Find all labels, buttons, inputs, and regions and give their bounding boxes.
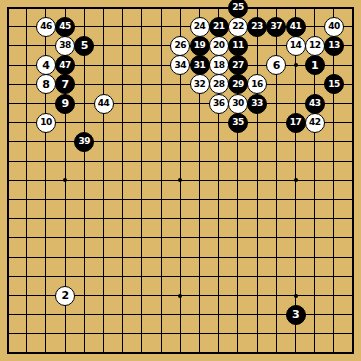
stone-black-11[interactable]: 11 — [228, 36, 248, 56]
stone-black-37[interactable]: 37 — [266, 17, 286, 37]
stone-black-5[interactable]: 5 — [74, 36, 94, 56]
stone-black-33[interactable]: 33 — [247, 94, 267, 114]
stone-black-39[interactable]: 39 — [74, 132, 94, 152]
stone-black-19[interactable]: 19 — [190, 36, 210, 56]
stone-white-20[interactable]: 20 — [209, 36, 229, 56]
star-point — [294, 178, 298, 182]
star-point — [178, 294, 182, 298]
stone-black-35[interactable]: 35 — [228, 113, 248, 133]
stone-white-38[interactable]: 38 — [55, 36, 75, 56]
stone-white-22[interactable]: 22 — [228, 17, 248, 37]
stone-black-3[interactable]: 3 — [286, 305, 306, 325]
stone-black-41[interactable]: 41 — [286, 17, 306, 37]
star-point — [63, 178, 67, 182]
stone-black-25[interactable]: 25 — [228, 0, 248, 18]
stone-white-14[interactable]: 14 — [286, 36, 306, 56]
stone-white-6[interactable]: 6 — [266, 55, 286, 75]
stone-black-17[interactable]: 17 — [286, 113, 306, 133]
grid-line-horizontal — [7, 199, 355, 200]
stone-black-43[interactable]: 43 — [305, 94, 325, 114]
stone-black-27[interactable]: 27 — [228, 55, 248, 75]
stone-white-34[interactable]: 34 — [170, 55, 190, 75]
star-point — [294, 294, 298, 298]
stone-black-13[interactable]: 13 — [324, 36, 344, 56]
stone-white-8[interactable]: 8 — [36, 74, 56, 94]
stone-white-36[interactable]: 36 — [209, 94, 229, 114]
stone-white-10[interactable]: 10 — [36, 113, 56, 133]
stone-white-2[interactable]: 2 — [55, 286, 75, 306]
grid-line-horizontal — [7, 237, 355, 238]
grid-line-vertical — [257, 7, 258, 355]
grid-line-vertical — [333, 7, 334, 355]
stone-white-16[interactable]: 16 — [247, 74, 267, 94]
stone-white-12[interactable]: 12 — [305, 36, 325, 56]
stone-white-46[interactable]: 46 — [36, 17, 56, 37]
stone-white-24[interactable]: 24 — [190, 17, 210, 37]
go-board[interactable]: 1234567891011121314151617181920212223242… — [0, 0, 361, 361]
stone-white-30[interactable]: 30 — [228, 94, 248, 114]
stone-black-15[interactable]: 15 — [324, 74, 344, 94]
stone-white-18[interactable]: 18 — [209, 55, 229, 75]
grid-line-horizontal — [7, 218, 355, 219]
stone-black-9[interactable]: 9 — [55, 94, 75, 114]
grid-line-horizontal — [7, 352, 355, 354]
star-point — [294, 63, 298, 67]
stone-white-32[interactable]: 32 — [190, 74, 210, 94]
grid-line-vertical — [352, 7, 354, 355]
grid-line-horizontal — [7, 333, 355, 334]
stone-black-31[interactable]: 31 — [190, 55, 210, 75]
grid-line-horizontal — [7, 276, 355, 277]
stone-white-40[interactable]: 40 — [324, 17, 344, 37]
stone-black-29[interactable]: 29 — [228, 74, 248, 94]
stone-black-21[interactable]: 21 — [209, 17, 229, 37]
stone-white-4[interactable]: 4 — [36, 55, 56, 75]
stone-black-45[interactable]: 45 — [55, 17, 75, 37]
stone-white-42[interactable]: 42 — [305, 113, 325, 133]
stone-black-47[interactable]: 47 — [55, 55, 75, 75]
grid-line-horizontal — [7, 257, 355, 258]
stone-white-44[interactable]: 44 — [94, 94, 114, 114]
stone-black-1[interactable]: 1 — [305, 55, 325, 75]
stone-white-28[interactable]: 28 — [209, 74, 229, 94]
star-point — [178, 178, 182, 182]
stone-black-7[interactable]: 7 — [55, 74, 75, 94]
stone-black-23[interactable]: 23 — [247, 17, 267, 37]
stone-white-26[interactable]: 26 — [170, 36, 190, 56]
